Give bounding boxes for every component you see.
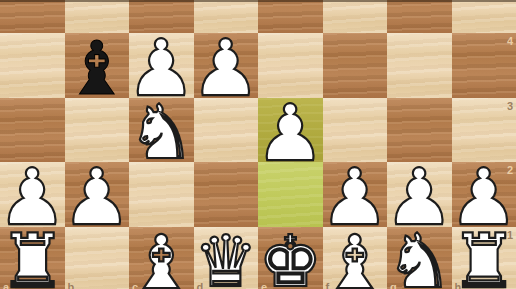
black-bishop[interactable]: ♝ xyxy=(64,31,130,105)
square-h1[interactable]: 1h♜ xyxy=(452,227,516,289)
frame-top-edge xyxy=(0,0,516,2)
square-g5[interactable] xyxy=(387,0,452,33)
square-f1[interactable]: f♝ xyxy=(323,227,388,289)
file-label-g: g xyxy=(390,282,397,289)
white-knight[interactable]: ♞ xyxy=(386,224,453,289)
square-e3[interactable]: ♟ xyxy=(258,98,323,163)
square-b2[interactable]: ♟ xyxy=(65,162,130,227)
square-d2[interactable] xyxy=(194,162,259,227)
white-pawn[interactable]: ♟ xyxy=(62,158,132,236)
square-a4[interactable] xyxy=(0,33,65,98)
file-label-f: f xyxy=(326,282,330,289)
file-label-d: d xyxy=(197,282,204,289)
file-label-a: a xyxy=(3,282,9,289)
square-f2[interactable]: ♟ xyxy=(323,162,388,227)
square-a1[interactable]: a♜ xyxy=(0,227,65,289)
square-f5[interactable] xyxy=(323,0,388,33)
square-g4[interactable] xyxy=(387,33,452,98)
rank-label-4: 4 xyxy=(507,36,513,47)
square-e5[interactable] xyxy=(258,0,323,33)
square-h5[interactable] xyxy=(452,0,516,33)
white-knight[interactable]: ♞ xyxy=(128,95,195,170)
file-label-c: c xyxy=(132,282,138,289)
file-label-h: h xyxy=(455,282,462,289)
white-pawn[interactable]: ♟ xyxy=(255,94,325,172)
square-f4[interactable] xyxy=(323,33,388,98)
square-c3[interactable]: ♞ xyxy=(129,98,194,163)
white-bishop[interactable]: ♝ xyxy=(128,225,194,289)
white-bishop[interactable]: ♝ xyxy=(322,225,388,289)
file-label-b: b xyxy=(68,282,75,289)
white-pawn[interactable]: ♟ xyxy=(191,29,261,107)
white-queen[interactable]: ♛ xyxy=(194,226,258,289)
rank-label-1: 1 xyxy=(507,230,513,241)
white-king[interactable]: ♚ xyxy=(258,226,322,289)
square-d4[interactable]: ♟ xyxy=(194,33,259,98)
file-label-e: e xyxy=(261,282,267,289)
square-e1[interactable]: e♚ xyxy=(258,227,323,289)
rank-label-2: 2 xyxy=(507,165,513,176)
square-h4[interactable]: 4 xyxy=(452,33,516,98)
white-rook[interactable]: ♜ xyxy=(0,224,66,289)
rank-label-3: 3 xyxy=(507,101,513,112)
chess-board[interactable]: ♝♟♟4♞♟3♟♟♟♟2♟a♜bc♝d♛e♚f♝g♞1h♜ xyxy=(0,0,516,289)
chess-board-viewport: ♝♟♟4♞♟3♟♟♟♟2♟a♜bc♝d♛e♚f♝g♞1h♜ xyxy=(0,0,516,289)
square-b4[interactable]: ♝ xyxy=(65,33,130,98)
square-g1[interactable]: g♞ xyxy=(387,227,452,289)
square-d1[interactable]: d♛ xyxy=(194,227,259,289)
square-c1[interactable]: c♝ xyxy=(129,227,194,289)
square-a5[interactable] xyxy=(0,0,65,33)
